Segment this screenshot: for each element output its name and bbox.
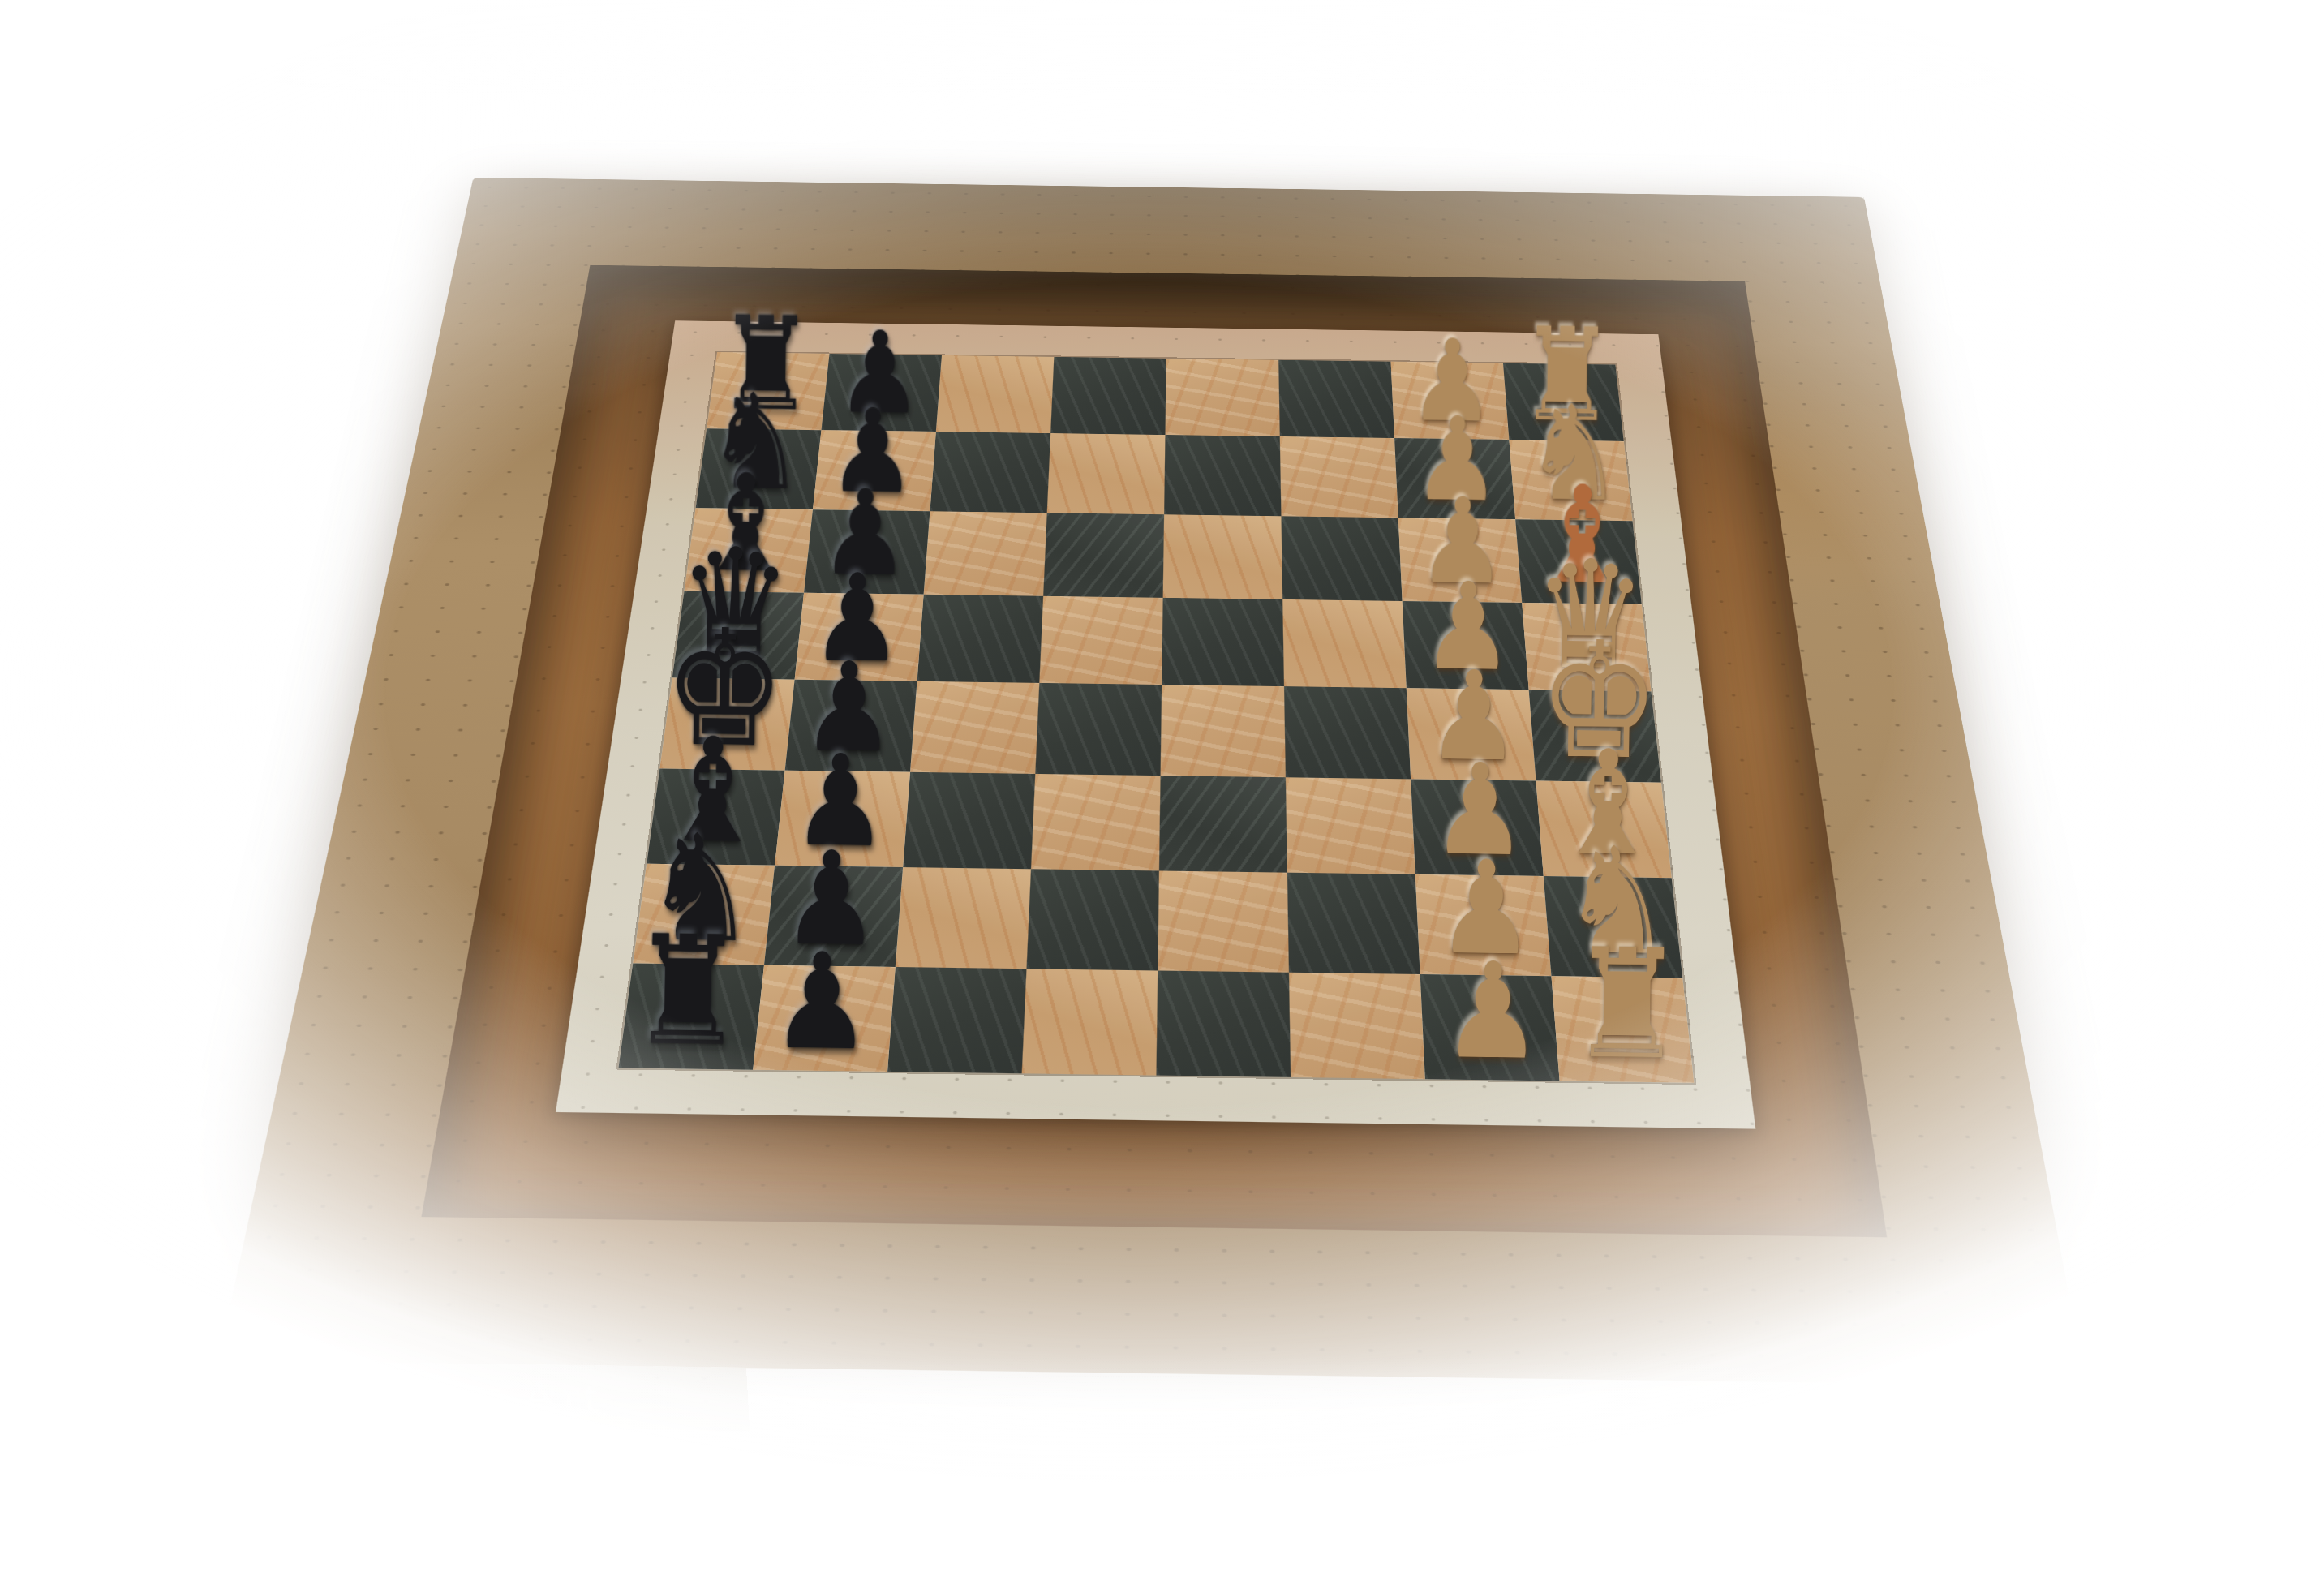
square-a3 [1278, 360, 1394, 438]
square-e6 [910, 681, 1039, 774]
board-platform-rail: ♜♟♟♜♞♟♟♞♝♟♟♝♛♟♟♛♚♟♟♚♝♟♟♝♞♟♟♞♜♟♟♜ [556, 320, 1755, 1128]
square-h8: ♜ [618, 963, 764, 1069]
black-pawn-h7: ♟ [771, 936, 873, 1070]
square-a5 [1050, 357, 1166, 435]
square-b3 [1280, 436, 1398, 518]
photo-canvas: ♜♟♟♜♞♟♟♞♝♟♟♝♛♟♟♛♚♟♟♚♝♟♟♝♞♟♟♞♜♟♟♜ Bras Ar… [0, 0, 2324, 1577]
white-pawn-h2: ♟ [1441, 945, 1544, 1079]
white-rook-h1: ♜ [1569, 929, 1686, 1081]
square-e3 [1284, 686, 1411, 779]
square-h1: ♜ [1551, 976, 1694, 1083]
square-a6 [936, 355, 1055, 433]
chess-board-grid: ♜♟♟♜♞♟♟♞♝♟♟♝♛♟♟♛♚♟♟♚♝♟♟♝♞♟♟♞♜♟♟♜ [618, 352, 1694, 1083]
square-f4 [1159, 776, 1287, 873]
black-rook-h8: ♜ [629, 916, 746, 1068]
square-f6 [903, 772, 1035, 869]
square-f3 [1286, 777, 1415, 874]
square-b4 [1164, 435, 1281, 516]
watermark-text: Bras Art [393, 1369, 603, 1422]
stone-chess-set: ♜♟♟♜♞♟♟♞♝♟♟♝♛♟♟♛♚♟♟♚♝♟♟♝♞♟♟♞♜♟♟♜ Bras Ar… [218, 178, 2086, 1386]
square-d3 [1282, 599, 1407, 688]
square-h2: ♟ [1420, 974, 1560, 1081]
square-f5 [1031, 774, 1161, 871]
square-e5 [1035, 683, 1162, 776]
square-e4 [1161, 685, 1286, 777]
